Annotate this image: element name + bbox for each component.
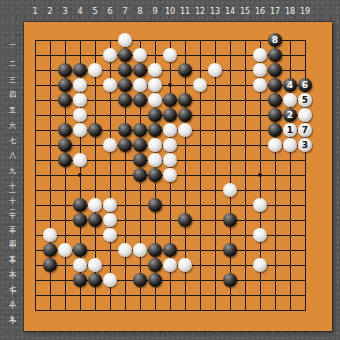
column-label: 5 bbox=[87, 7, 103, 17]
row-label: 六 bbox=[4, 108, 19, 123]
stone-black bbox=[73, 198, 87, 212]
row-label: 十九 bbox=[4, 303, 19, 318]
stone-black bbox=[88, 123, 102, 137]
stone-black bbox=[58, 78, 72, 92]
stone-black bbox=[58, 63, 72, 77]
stone-black bbox=[148, 258, 162, 272]
stone-black bbox=[118, 63, 132, 77]
stone-black: 4 bbox=[283, 78, 297, 92]
row-label: 八 bbox=[4, 138, 19, 153]
move-number: 2 bbox=[283, 108, 297, 122]
stone-white bbox=[163, 48, 177, 62]
stone-black bbox=[73, 273, 87, 287]
column-label: 11 bbox=[177, 7, 193, 17]
stone-black bbox=[118, 123, 132, 137]
stone-black bbox=[133, 168, 147, 182]
row-label: 九 bbox=[4, 153, 19, 168]
stone-black bbox=[148, 123, 162, 137]
column-label: 9 bbox=[147, 7, 163, 17]
column-label: 2 bbox=[42, 7, 58, 17]
stone-white bbox=[163, 123, 177, 137]
stone-white bbox=[103, 138, 117, 152]
row-label: 十四 bbox=[4, 228, 19, 243]
stone-black bbox=[58, 123, 72, 137]
stone-black bbox=[133, 138, 147, 152]
row-label: 十 bbox=[4, 168, 19, 183]
stone-white bbox=[163, 153, 177, 167]
stone-black bbox=[178, 108, 192, 122]
column-label: 14 bbox=[222, 7, 238, 17]
stone-white bbox=[298, 108, 312, 122]
screenshot-root: { "game": "go", "board": { "size": 19, "… bbox=[0, 0, 340, 340]
stone-white bbox=[73, 258, 87, 272]
stone-white bbox=[103, 78, 117, 92]
stone-white bbox=[148, 138, 162, 152]
row-label: 十五 bbox=[4, 243, 19, 258]
stone-white bbox=[133, 48, 147, 62]
stone-black bbox=[133, 93, 147, 107]
stone-black bbox=[58, 153, 72, 167]
stone-white bbox=[88, 63, 102, 77]
row-label: 十三 bbox=[4, 213, 19, 228]
stone-black bbox=[88, 273, 102, 287]
column-label: 1 bbox=[27, 7, 43, 17]
stone-black bbox=[223, 213, 237, 227]
stone-white bbox=[118, 33, 132, 47]
stone-black bbox=[118, 138, 132, 152]
column-label: 7 bbox=[117, 7, 133, 17]
stone-white: 1 bbox=[283, 123, 297, 137]
stone-white bbox=[103, 213, 117, 227]
column-label: 13 bbox=[207, 7, 223, 17]
stone-white bbox=[103, 198, 117, 212]
move-number: 1 bbox=[283, 123, 297, 137]
stone-white bbox=[283, 93, 297, 107]
row-label: 十七 bbox=[4, 273, 19, 288]
stone-white bbox=[73, 108, 87, 122]
stone-black bbox=[223, 243, 237, 257]
stone-black bbox=[268, 48, 282, 62]
stone-white bbox=[73, 123, 87, 137]
stone-white bbox=[223, 183, 237, 197]
stone-black bbox=[88, 213, 102, 227]
stone-white bbox=[253, 78, 267, 92]
grid-line-horizontal bbox=[35, 295, 306, 296]
stone-black: 8 bbox=[268, 33, 282, 47]
column-label: 19 bbox=[297, 7, 313, 17]
stone-black bbox=[163, 243, 177, 257]
stone-white bbox=[253, 258, 267, 272]
stone-white: 5 bbox=[298, 93, 312, 107]
move-number: 7 bbox=[298, 123, 312, 137]
stone-black bbox=[73, 63, 87, 77]
grid-line-vertical bbox=[215, 40, 216, 311]
stone-white bbox=[58, 243, 72, 257]
stone-white bbox=[148, 78, 162, 92]
stone-black bbox=[148, 243, 162, 257]
stone-white bbox=[178, 123, 192, 137]
stone-black bbox=[163, 108, 177, 122]
star-point bbox=[78, 173, 82, 177]
stone-white bbox=[253, 228, 267, 242]
stone-black bbox=[133, 273, 147, 287]
stone-black bbox=[268, 78, 282, 92]
column-label: 15 bbox=[237, 7, 253, 17]
stone-black bbox=[118, 78, 132, 92]
stone-white bbox=[208, 63, 222, 77]
stone-black bbox=[58, 93, 72, 107]
stone-black bbox=[43, 243, 57, 257]
stone-black bbox=[148, 168, 162, 182]
stone-black bbox=[133, 153, 147, 167]
stone-black bbox=[73, 243, 87, 257]
stone-white bbox=[163, 258, 177, 272]
stone-white bbox=[88, 258, 102, 272]
row-label: 十六 bbox=[4, 258, 19, 273]
stone-black bbox=[43, 258, 57, 272]
column-label: 16 bbox=[252, 7, 268, 17]
column-label: 10 bbox=[162, 7, 178, 17]
stone-black: 2 bbox=[283, 108, 297, 122]
grid-line-vertical bbox=[245, 40, 246, 311]
stone-white bbox=[253, 48, 267, 62]
stone-white bbox=[73, 153, 87, 167]
stone-white bbox=[178, 258, 192, 272]
stone-white bbox=[118, 243, 132, 257]
move-number: 3 bbox=[298, 138, 312, 152]
row-label: 七 bbox=[4, 123, 19, 138]
go-board: 84652173 bbox=[24, 22, 332, 331]
stone-white bbox=[43, 228, 57, 242]
stone-white bbox=[133, 243, 147, 257]
stone-black bbox=[268, 63, 282, 77]
stone-white bbox=[163, 168, 177, 182]
stone-white bbox=[148, 153, 162, 167]
stone-white bbox=[268, 138, 282, 152]
stone-black bbox=[268, 93, 282, 107]
stone-white bbox=[103, 273, 117, 287]
stone-white bbox=[73, 93, 87, 107]
column-label: 18 bbox=[282, 7, 298, 17]
star-point bbox=[168, 83, 172, 87]
stone-white bbox=[283, 138, 297, 152]
stone-black bbox=[268, 108, 282, 122]
stone-white bbox=[148, 93, 162, 107]
stone-black bbox=[148, 198, 162, 212]
stone-white bbox=[253, 198, 267, 212]
stone-white bbox=[253, 63, 267, 77]
row-label: 四 bbox=[4, 78, 19, 93]
column-label: 17 bbox=[267, 7, 283, 17]
stone-white: 7 bbox=[298, 123, 312, 137]
stone-black bbox=[163, 93, 177, 107]
stone-black bbox=[133, 63, 147, 77]
star-point bbox=[258, 173, 262, 177]
column-label: 8 bbox=[132, 7, 148, 17]
stone-black bbox=[58, 138, 72, 152]
stone-white bbox=[148, 63, 162, 77]
row-label: 十二 bbox=[4, 198, 19, 213]
stone-black bbox=[178, 93, 192, 107]
stone-white bbox=[103, 228, 117, 242]
stone-black bbox=[118, 48, 132, 62]
stone-white bbox=[88, 198, 102, 212]
stone-black bbox=[133, 123, 147, 137]
row-label: 十一 bbox=[4, 183, 19, 198]
stone-black bbox=[73, 213, 87, 227]
stone-white bbox=[73, 78, 87, 92]
stone-black bbox=[178, 63, 192, 77]
stone-black bbox=[268, 123, 282, 137]
stone-black bbox=[148, 108, 162, 122]
stone-white: 3 bbox=[298, 138, 312, 152]
column-label: 6 bbox=[102, 7, 118, 17]
move-number: 8 bbox=[268, 33, 282, 47]
stone-white bbox=[133, 78, 147, 92]
row-label: 十八 bbox=[4, 288, 19, 303]
move-number: 4 bbox=[283, 78, 297, 92]
stone-black bbox=[148, 273, 162, 287]
column-label: 3 bbox=[57, 7, 73, 17]
move-number: 6 bbox=[298, 78, 312, 92]
grid-line-horizontal bbox=[35, 310, 306, 311]
column-label: 12 bbox=[192, 7, 208, 17]
row-label: 一 bbox=[4, 33, 19, 48]
stone-white bbox=[103, 48, 117, 62]
grid-line-vertical bbox=[230, 40, 231, 311]
column-label: 4 bbox=[72, 7, 88, 17]
stone-white bbox=[163, 138, 177, 152]
stone-white bbox=[193, 78, 207, 92]
row-label: 二 bbox=[4, 48, 19, 63]
row-label: 三 bbox=[4, 63, 19, 78]
stone-black: 6 bbox=[298, 78, 312, 92]
row-label: 五 bbox=[4, 93, 19, 108]
stone-black bbox=[223, 273, 237, 287]
stone-black bbox=[178, 213, 192, 227]
stone-black bbox=[118, 93, 132, 107]
move-number: 5 bbox=[298, 93, 312, 107]
grid-line-horizontal bbox=[35, 190, 306, 191]
